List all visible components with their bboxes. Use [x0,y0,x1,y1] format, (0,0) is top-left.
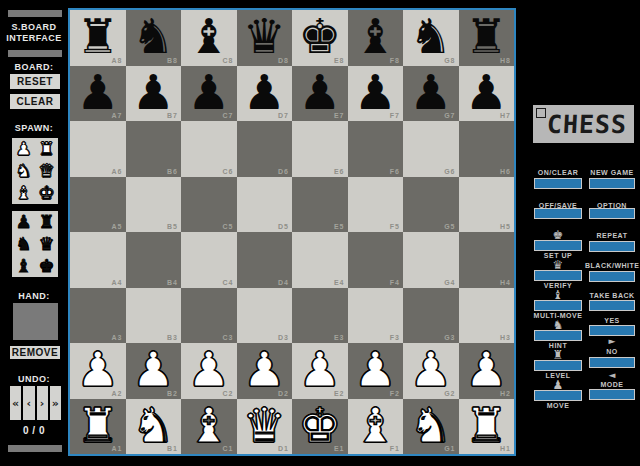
square-c4[interactable]: C4 [181,232,237,288]
square-coordinate-label: B3 [167,334,178,341]
square-f3[interactable]: F3 [348,288,404,344]
square-a2[interactable]: ♟A2 [70,343,126,399]
square-e8[interactable]: ♚E8 [292,10,348,66]
square-f6[interactable]: F6 [348,121,404,177]
spawn-black-knight[interactable]: ♞ [12,233,35,255]
black-white-label: BLACK/WHITE [585,262,639,269]
square-e6[interactable]: E6 [292,121,348,177]
square-d6[interactable]: D6 [237,121,293,177]
square-coordinate-label: B1 [167,445,178,452]
redo-forward-button[interactable]: › [37,386,48,420]
square-coordinate-label: H2 [500,390,511,397]
spawn-white-knight[interactable]: ♞ [12,160,35,182]
black-bishop-icon: ♝ [15,257,31,275]
black-pawn: ♟ [409,68,452,116]
square-f4[interactable]: F4 [348,232,404,288]
square-g6[interactable]: G6 [403,121,459,177]
white-rook-icon: ♜ [38,140,54,158]
square-coordinate-label: E5 [334,223,345,230]
black-rook: ♜ [465,12,508,60]
chess-board: ♜A8♞B8♝C8♛D8♚E8♝F8♞G8♜H8♟A7♟B7♟C7♟D7♟E7♟… [68,8,516,456]
level-button[interactable] [534,360,582,371]
square-a5[interactable]: A5 [70,177,126,233]
no-button[interactable] [589,357,635,368]
mode-button[interactable] [589,389,635,400]
white-bishop: ♝ [187,401,230,449]
square-a1[interactable]: ♜A1 [70,399,126,455]
square-coordinate-label: B7 [167,112,178,119]
white-king-icon: ♚ [38,184,54,202]
no-label: NO [585,348,639,355]
square-coordinate-label: G5 [444,223,455,230]
square-h5[interactable]: H5 [459,177,515,233]
square-coordinate-label: E8 [334,57,345,64]
square-coordinate-label: A1 [112,445,123,452]
square-coordinate-label: H7 [500,112,511,119]
square-coordinate-label: G4 [444,279,455,286]
square-coordinate-label: G2 [444,390,455,397]
black-pawn: ♟ [298,68,341,116]
white-pawn: ♟ [76,345,119,393]
spawn-white-king[interactable]: ♚ [35,182,58,204]
black-knight: ♞ [132,12,175,60]
square-coordinate-label: H3 [500,334,511,341]
square-b8[interactable]: ♞B8 [126,10,182,66]
redo-to-end-button[interactable]: » [50,386,61,420]
hand-slot[interactable] [13,303,58,340]
square-coordinate-label: C3 [223,334,234,341]
square-e7[interactable]: ♟E7 [292,66,348,122]
square-coordinate-label: D6 [278,168,289,175]
square-b7[interactable]: ♟B7 [126,66,182,122]
square-f2[interactable]: ♟F2 [348,343,404,399]
square-coordinate-label: E3 [334,334,345,341]
black-pawn: ♟ [187,68,230,116]
console-right-column: NEW GAMEOPTIONREPEATBLACK/WHITETAKE BACK… [585,0,639,466]
square-h3[interactable]: H3 [459,288,515,344]
square-f7[interactable]: ♟F7 [348,66,404,122]
square-coordinate-label: A8 [112,57,123,64]
square-d2[interactable]: ♟D2 [237,343,293,399]
right-arrow-icon: ► [585,337,639,346]
white-pawn: ♟ [132,345,175,393]
undo-to-start-button[interactable]: « [10,386,21,420]
verify-button[interactable] [534,270,582,281]
left-arrow-icon: ◄ [585,371,639,380]
square-coordinate-label: B8 [167,57,178,64]
square-e4[interactable]: E4 [292,232,348,288]
on-clear-button[interactable] [534,178,582,189]
square-coordinate-label: F4 [390,279,400,286]
repeat-button[interactable] [589,241,635,252]
square-g2[interactable]: ♟G2 [403,343,459,399]
square-c8[interactable]: ♝C8 [181,10,237,66]
spawn-black-rook[interactable]: ♜ [35,211,58,233]
black-rook-icon: ♜ [38,213,54,231]
square-coordinate-label: F6 [390,168,400,175]
white-bishop-icon: ♝ [15,184,31,202]
reset-button[interactable]: RESET [10,74,60,89]
square-a8[interactable]: ♜A8 [70,10,126,66]
square-coordinate-label: F8 [390,57,400,64]
white-rook: ♜ [465,401,508,449]
spawn-black-king[interactable]: ♚ [35,255,58,277]
square-coordinate-label: H4 [500,279,511,286]
square-b2[interactable]: ♟B2 [126,343,182,399]
square-h8[interactable]: ♜H8 [459,10,515,66]
square-h6[interactable]: H6 [459,121,515,177]
take-back-label: TAKE BACK [585,292,639,299]
spawn-black-pawn[interactable]: ♟ [12,211,35,233]
square-coordinate-label: E1 [334,445,345,452]
white-pawn-icon: ♟ [15,140,31,158]
app-title-line2: INTERFACE [0,33,68,43]
white-pawn: ♟ [243,345,286,393]
spawn-palette-black: ♟♜♞♛♝♚ [12,211,58,277]
square-g3[interactable]: G3 [403,288,459,344]
square-coordinate-label: C7 [223,112,234,119]
hint-button[interactable] [534,330,582,341]
square-d1[interactable]: ♛D1 [237,399,293,455]
square-a6[interactable]: A6 [70,121,126,177]
square-coordinate-label: C6 [223,168,234,175]
square-c7[interactable]: ♟C7 [181,66,237,122]
square-a3[interactable]: A3 [70,288,126,344]
square-coordinate-label: B6 [167,168,178,175]
board-section-label: BOARD: [0,62,68,72]
square-coordinate-label: G3 [444,334,455,341]
black-pawn: ♟ [132,68,175,116]
square-c2[interactable]: ♟C2 [181,343,237,399]
square-d8[interactable]: ♛D8 [237,10,293,66]
square-coordinate-label: C5 [223,223,234,230]
clear-button[interactable]: CLEAR [10,94,60,109]
spawn-black-bishop[interactable]: ♝ [12,255,35,277]
square-coordinate-label: C1 [223,445,234,452]
yes-label: YES [585,317,639,324]
square-coordinate-label: H6 [500,168,511,175]
square-coordinate-label: F5 [390,223,400,230]
mid-divider-bar [8,50,62,57]
multi-move-button[interactable] [534,300,582,311]
spawn-section-label: SPAWN: [0,123,68,133]
square-coordinate-label: A4 [112,279,123,286]
square-coordinate-label: G8 [444,57,455,64]
black-king-icon: ♚ [38,257,54,275]
square-e2[interactable]: ♟E2 [292,343,348,399]
square-b6[interactable]: B6 [126,121,182,177]
square-coordinate-label: F1 [390,445,400,452]
square-g8[interactable]: ♞G8 [403,10,459,66]
square-c6[interactable]: C6 [181,121,237,177]
white-pawn: ♟ [409,345,452,393]
black-pawn-icon: ♟ [15,213,31,231]
option-button[interactable] [589,208,635,219]
white-knight: ♞ [132,401,175,449]
square-coordinate-label: G1 [444,445,455,452]
spawn-white-queen[interactable]: ♛ [35,160,58,182]
square-coordinate-label: D1 [278,445,289,452]
white-knight-icon: ♞ [15,162,31,180]
square-coordinate-label: H5 [500,223,511,230]
black-queen: ♛ [243,12,286,60]
spawn-white-rook[interactable]: ♜ [35,138,58,160]
square-g7[interactable]: ♟G7 [403,66,459,122]
undo-counter: 0 / 0 [0,425,68,436]
square-coordinate-label: D8 [278,57,289,64]
console-left-column: ON/CLEAROFF/SAVE♚SET UP♛VERIFY♝MULTI-MOV… [530,0,586,466]
white-knight: ♞ [409,401,452,449]
white-bishop: ♝ [354,401,397,449]
remove-button[interactable]: REMOVE [10,346,60,359]
square-f5[interactable]: F5 [348,177,404,233]
black-pawn: ♟ [243,68,286,116]
square-coordinate-label: F2 [390,390,400,397]
square-d3[interactable]: D3 [237,288,293,344]
square-a7[interactable]: ♟A7 [70,66,126,122]
square-coordinate-label: D7 [278,112,289,119]
square-coordinate-label: F7 [390,112,400,119]
top-divider-bar [8,10,62,17]
square-coordinate-label: C4 [223,279,234,286]
mode-label: MODE [585,381,639,388]
square-e3[interactable]: E3 [292,288,348,344]
square-coordinate-label: D4 [278,279,289,286]
square-d4[interactable]: D4 [237,232,293,288]
square-coordinate-label: B2 [167,390,178,397]
black-knight: ♞ [409,12,452,60]
square-coordinate-label: A7 [112,112,123,119]
square-coordinate-label: D3 [278,334,289,341]
white-pawn: ♟ [187,345,230,393]
square-coordinate-label: A3 [112,334,123,341]
square-b4[interactable]: B4 [126,232,182,288]
black-knight-icon: ♞ [15,235,31,253]
square-coordinate-label: H8 [500,57,511,64]
black-queen-icon: ♛ [38,235,54,253]
off-save-button[interactable] [534,208,582,219]
square-g5[interactable]: G5 [403,177,459,233]
black-bishop: ♝ [354,12,397,60]
square-b3[interactable]: B3 [126,288,182,344]
square-coordinate-label: C2 [223,390,234,397]
spawn-palette-white: ♟♜♞♛♝♚ [12,138,58,204]
yes-button[interactable] [589,325,635,336]
square-a4[interactable]: A4 [70,232,126,288]
black-white-button[interactable] [589,271,635,282]
square-c3[interactable]: C3 [181,288,237,344]
square-h7[interactable]: ♟H7 [459,66,515,122]
square-g1[interactable]: ♞G1 [403,399,459,455]
square-coordinate-label: A2 [112,390,123,397]
move-button[interactable] [534,390,582,401]
spawn-white-bishop[interactable]: ♝ [12,182,35,204]
square-e5[interactable]: E5 [292,177,348,233]
white-pawn: ♟ [465,345,508,393]
black-pawn: ♟ [354,68,397,116]
square-d7[interactable]: ♟D7 [237,66,293,122]
black-pawn: ♟ [76,68,119,116]
square-b5[interactable]: B5 [126,177,182,233]
white-queen-icon: ♛ [38,162,54,180]
square-e1[interactable]: ♚E1 [292,399,348,455]
take-back-button[interactable] [589,300,635,311]
square-coordinate-label: G6 [444,168,455,175]
square-c1[interactable]: ♝C1 [181,399,237,455]
white-pawn: ♟ [298,345,341,393]
square-coordinate-label: G7 [444,112,455,119]
white-pawn: ♟ [354,345,397,393]
square-coordinate-label: F3 [390,334,400,341]
black-rook: ♜ [76,12,119,60]
square-h4[interactable]: H4 [459,232,515,288]
square-c5[interactable]: C5 [181,177,237,233]
app-title-line1: S.BOARD [0,22,68,32]
square-h1[interactable]: ♜H1 [459,399,515,455]
black-king: ♚ [298,12,341,60]
white-rook: ♜ [76,401,119,449]
black-pawn: ♟ [465,68,508,116]
bottom-divider-bar [8,445,62,452]
square-coordinate-label: B4 [167,279,178,286]
set-up-button[interactable] [534,240,582,251]
white-queen: ♛ [243,401,286,449]
square-coordinate-label: A5 [112,223,123,230]
spawn-black-queen[interactable]: ♛ [35,233,58,255]
square-b1[interactable]: ♞B1 [126,399,182,455]
square-coordinate-label: E6 [334,168,345,175]
square-coordinate-label: A6 [112,168,123,175]
square-g4[interactable]: G4 [403,232,459,288]
repeat-label: REPEAT [585,232,639,239]
square-coordinate-label: E4 [334,279,345,286]
undo-controls: «‹›» [10,386,61,420]
move-label: MOVE [530,402,586,409]
square-f8[interactable]: ♝F8 [348,10,404,66]
white-king: ♚ [298,401,341,449]
undo-section-label: UNDO: [0,374,68,384]
square-coordinate-label: B5 [167,223,178,230]
spawn-white-pawn[interactable]: ♟ [12,138,35,160]
square-coordinate-label: H1 [500,445,511,452]
undo-back-button[interactable]: ‹ [23,386,34,420]
square-coordinate-label: D2 [278,390,289,397]
on-clear-label: ON/CLEAR [530,169,586,176]
square-d5[interactable]: D5 [237,177,293,233]
square-coordinate-label: C8 [223,57,234,64]
new-game-button[interactable] [589,178,635,189]
square-h2[interactable]: ♟H2 [459,343,515,399]
square-coordinate-label: E7 [334,112,345,119]
new-game-label: NEW GAME [585,169,639,176]
black-bishop: ♝ [187,12,230,60]
square-coordinate-label: E2 [334,390,345,397]
square-coordinate-label: D5 [278,223,289,230]
hand-section-label: HAND: [0,291,68,301]
square-f1[interactable]: ♝F1 [348,399,404,455]
